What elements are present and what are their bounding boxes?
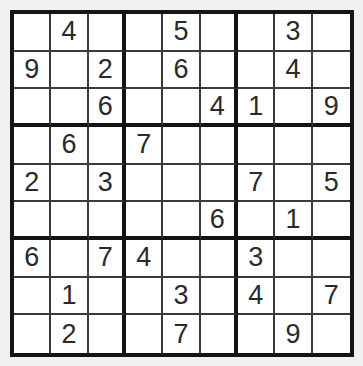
- cell-r6c3[interactable]: [89, 202, 126, 240]
- cell-r8c2[interactable]: 1: [51, 278, 88, 316]
- cell-r1c6[interactable]: [201, 14, 238, 52]
- cell-r4c8[interactable]: [275, 127, 312, 165]
- cell-r8c1[interactable]: [14, 278, 51, 316]
- cell-r9c7[interactable]: [238, 315, 275, 353]
- cell-r5c8[interactable]: [275, 165, 312, 203]
- cell-r5c3[interactable]: 3: [89, 165, 126, 203]
- cell-r6c1[interactable]: [14, 202, 51, 240]
- cell-r7c8[interactable]: [275, 240, 312, 278]
- cell-r4c9[interactable]: [313, 127, 350, 165]
- cell-r8c5[interactable]: 3: [163, 278, 200, 316]
- cell-r1c2[interactable]: 4: [51, 14, 88, 52]
- cell-r3c6[interactable]: 4: [201, 89, 238, 127]
- cell-r5c2[interactable]: [51, 165, 88, 203]
- cell-r3c5[interactable]: [163, 89, 200, 127]
- cell-r9c5[interactable]: 7: [163, 315, 200, 353]
- cell-r2c9[interactable]: [313, 52, 350, 90]
- cell-r6c7[interactable]: [238, 202, 275, 240]
- cell-r6c9[interactable]: [313, 202, 350, 240]
- cell-r2c6[interactable]: [201, 52, 238, 90]
- cell-r3c4[interactable]: [126, 89, 163, 127]
- cell-r9c1[interactable]: [14, 315, 51, 353]
- cell-r3c2[interactable]: [51, 89, 88, 127]
- cell-r9c9[interactable]: [313, 315, 350, 353]
- cell-r2c3[interactable]: 2: [89, 52, 126, 90]
- cell-r4c2[interactable]: 6: [51, 127, 88, 165]
- cell-r8c4[interactable]: [126, 278, 163, 316]
- cell-r2c2[interactable]: [51, 52, 88, 90]
- cell-r8c7[interactable]: 4: [238, 278, 275, 316]
- cell-r7c4[interactable]: 4: [126, 240, 163, 278]
- cell-r3c1[interactable]: [14, 89, 51, 127]
- cell-r9c3[interactable]: [89, 315, 126, 353]
- cell-r4c1[interactable]: [14, 127, 51, 165]
- cell-r7c1[interactable]: 6: [14, 240, 51, 278]
- cell-r5c9[interactable]: 5: [313, 165, 350, 203]
- cell-r7c5[interactable]: [163, 240, 200, 278]
- cell-r7c3[interactable]: 7: [89, 240, 126, 278]
- cell-r7c9[interactable]: [313, 240, 350, 278]
- cell-r9c6[interactable]: [201, 315, 238, 353]
- cell-r1c4[interactable]: [126, 14, 163, 52]
- cell-r7c7[interactable]: 3: [238, 240, 275, 278]
- cell-r1c3[interactable]: [89, 14, 126, 52]
- cell-r8c8[interactable]: [275, 278, 312, 316]
- cell-r3c9[interactable]: 9: [313, 89, 350, 127]
- cell-r4c6[interactable]: [201, 127, 238, 165]
- cell-r8c6[interactable]: [201, 278, 238, 316]
- cell-r2c1[interactable]: 9: [14, 52, 51, 90]
- cell-r1c9[interactable]: [313, 14, 350, 52]
- cell-r3c8[interactable]: [275, 89, 312, 127]
- cell-r8c3[interactable]: [89, 278, 126, 316]
- cell-r5c6[interactable]: [201, 165, 238, 203]
- cell-r3c3[interactable]: 6: [89, 89, 126, 127]
- cell-r5c1[interactable]: 2: [14, 165, 51, 203]
- cell-r9c2[interactable]: 2: [51, 315, 88, 353]
- cell-r5c4[interactable]: [126, 165, 163, 203]
- cell-r6c5[interactable]: [163, 202, 200, 240]
- cell-r2c8[interactable]: 4: [275, 52, 312, 90]
- sudoku-board: 453926464196723756167431347279: [10, 10, 354, 357]
- cell-r6c6[interactable]: 6: [201, 202, 238, 240]
- cell-r1c8[interactable]: 3: [275, 14, 312, 52]
- cell-r4c5[interactable]: [163, 127, 200, 165]
- cell-r6c4[interactable]: [126, 202, 163, 240]
- cell-r2c7[interactable]: [238, 52, 275, 90]
- cell-r5c7[interactable]: 7: [238, 165, 275, 203]
- cell-r5c5[interactable]: [163, 165, 200, 203]
- cell-r7c2[interactable]: [51, 240, 88, 278]
- cell-r1c5[interactable]: 5: [163, 14, 200, 52]
- cell-r4c4[interactable]: 7: [126, 127, 163, 165]
- cell-r9c4[interactable]: [126, 315, 163, 353]
- cell-r2c5[interactable]: 6: [163, 52, 200, 90]
- cell-r4c3[interactable]: [89, 127, 126, 165]
- cell-r6c2[interactable]: [51, 202, 88, 240]
- cell-r1c1[interactable]: [14, 14, 51, 52]
- cell-r6c8[interactable]: 1: [275, 202, 312, 240]
- cell-r7c6[interactable]: [201, 240, 238, 278]
- cell-r9c8[interactable]: 9: [275, 315, 312, 353]
- cell-r8c9[interactable]: 7: [313, 278, 350, 316]
- cell-r1c7[interactable]: [238, 14, 275, 52]
- cell-r2c4[interactable]: [126, 52, 163, 90]
- cell-r4c7[interactable]: [238, 127, 275, 165]
- cell-r3c7[interactable]: 1: [238, 89, 275, 127]
